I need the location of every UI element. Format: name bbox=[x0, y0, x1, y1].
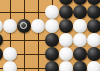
white-stone[interactable] bbox=[3, 19, 17, 33]
white-stone[interactable] bbox=[31, 19, 45, 33]
black-stone[interactable] bbox=[73, 5, 87, 19]
black-stone[interactable] bbox=[59, 5, 73, 19]
white-stone[interactable] bbox=[73, 19, 87, 33]
black-stone[interactable] bbox=[73, 47, 87, 61]
grid-vertical-line bbox=[38, 0, 39, 71]
white-stone[interactable] bbox=[87, 61, 100, 71]
black-stone[interactable] bbox=[87, 19, 100, 33]
black-stone[interactable] bbox=[87, 5, 100, 19]
white-stone[interactable] bbox=[3, 61, 17, 71]
black-stone[interactable] bbox=[45, 47, 59, 61]
grid-vertical-line bbox=[24, 0, 25, 71]
white-stone[interactable] bbox=[73, 33, 87, 47]
white-stone[interactable] bbox=[59, 61, 73, 71]
white-stone[interactable] bbox=[59, 47, 73, 61]
black-stone[interactable] bbox=[0, 33, 3, 47]
last-move-marker bbox=[20, 22, 27, 29]
black-stone[interactable] bbox=[59, 19, 73, 33]
black-stone[interactable] bbox=[45, 33, 59, 47]
black-stone[interactable] bbox=[17, 19, 31, 33]
white-stone[interactable] bbox=[45, 19, 59, 33]
go-board[interactable] bbox=[0, 0, 100, 71]
white-stone[interactable] bbox=[45, 5, 59, 19]
black-stone[interactable] bbox=[45, 61, 59, 71]
black-stone[interactable] bbox=[87, 47, 100, 61]
white-stone[interactable] bbox=[87, 33, 100, 47]
white-stone[interactable] bbox=[3, 47, 17, 61]
black-stone[interactable] bbox=[73, 61, 87, 71]
white-stone[interactable] bbox=[59, 33, 73, 47]
